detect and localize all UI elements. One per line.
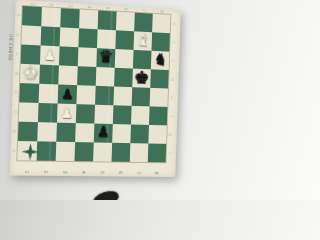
square-a3[interactable] <box>19 102 39 122</box>
square-d1[interactable] <box>74 142 93 161</box>
square-a5[interactable]: ♚ <box>20 64 40 84</box>
square-e6[interactable]: ♛ <box>96 48 115 68</box>
square-h4[interactable] <box>150 88 168 107</box>
square-b2[interactable] <box>37 122 57 142</box>
square-e5[interactable] <box>96 67 115 87</box>
square-f2[interactable] <box>112 124 131 143</box>
coord-label: 5 <box>99 163 105 182</box>
square-b3[interactable] <box>38 103 58 123</box>
square-g1[interactable] <box>130 143 149 162</box>
square-h6[interactable]: ♞ <box>151 51 169 70</box>
square-b8[interactable] <box>41 7 61 27</box>
square-b5[interactable] <box>39 65 59 85</box>
coord-label: 7 <box>135 163 141 182</box>
square-b6[interactable]: ♟ <box>40 45 60 65</box>
square-c4[interactable]: ♟ <box>58 84 77 104</box>
square-d2[interactable] <box>75 123 94 142</box>
square-c3[interactable]: ♟ <box>57 104 76 124</box>
coord-label: 1 <box>23 162 30 181</box>
square-h3[interactable] <box>149 106 167 125</box>
black-pawn[interactable]: ♟ <box>61 86 74 100</box>
square-f3[interactable] <box>113 105 132 124</box>
square-h8[interactable] <box>152 14 170 33</box>
square-d6[interactable] <box>78 47 97 67</box>
square-g7[interactable]: ♝ <box>134 31 153 50</box>
dark-object-at-bottom-edge <box>91 188 120 200</box>
square-e1[interactable] <box>93 142 112 161</box>
coord-label: 6 <box>117 163 123 182</box>
coord-label: 4 <box>80 163 87 182</box>
square-g2[interactable] <box>130 124 149 143</box>
square-b7[interactable] <box>41 26 61 46</box>
square-d7[interactable] <box>78 28 97 48</box>
square-f4[interactable] <box>113 87 132 106</box>
black-king[interactable]: ♚ <box>134 68 150 86</box>
square-h5[interactable] <box>150 69 168 88</box>
square-d3[interactable] <box>76 104 95 123</box>
white-pawn[interactable]: ♟ <box>60 105 73 119</box>
chess-board: 12345678 12345678 abcdefgh abcdefgh US C… <box>10 0 181 177</box>
square-c1[interactable] <box>56 142 75 161</box>
white-bishop[interactable]: ♝ <box>135 31 151 49</box>
square-h1[interactable] <box>148 144 166 163</box>
square-g4[interactable] <box>132 87 151 106</box>
square-c6[interactable] <box>59 46 78 66</box>
square-a2[interactable] <box>18 122 38 142</box>
square-f7[interactable] <box>115 30 134 50</box>
square-e8[interactable] <box>98 10 117 30</box>
square-d4[interactable] <box>76 85 95 105</box>
square-f5[interactable] <box>114 68 133 87</box>
square-g3[interactable] <box>131 106 150 125</box>
square-c7[interactable] <box>60 27 79 47</box>
coord-label: 3 <box>61 162 68 181</box>
board-grid: ♝♟♛♞♚♚♟♟♟ <box>17 6 170 162</box>
coordinate-labels-bottom: 12345678 <box>17 168 165 175</box>
square-g5[interactable]: ♚ <box>132 69 151 88</box>
square-h2[interactable] <box>148 125 166 144</box>
square-c2[interactable] <box>56 123 75 142</box>
black-knight[interactable]: ♞ <box>152 50 169 69</box>
photo-scene: 12345678 12345678 abcdefgh abcdefgh US C… <box>0 0 200 200</box>
square-e2[interactable]: ♟ <box>94 124 113 143</box>
square-a7[interactable] <box>21 25 41 45</box>
square-e3[interactable] <box>94 105 113 124</box>
brand-text: US CHESS <box>7 34 13 61</box>
square-f6[interactable] <box>115 49 134 69</box>
square-f1[interactable] <box>112 143 131 162</box>
square-e4[interactable] <box>95 86 114 105</box>
square-c8[interactable] <box>60 8 79 28</box>
square-b4[interactable] <box>39 84 59 104</box>
square-a4[interactable] <box>19 83 39 103</box>
square-d8[interactable] <box>79 9 98 29</box>
square-b1[interactable] <box>37 141 57 160</box>
square-c5[interactable] <box>58 65 77 85</box>
us-chess-logo-icon <box>21 143 39 160</box>
coord-label: 8 <box>153 164 159 183</box>
square-d5[interactable] <box>77 66 96 86</box>
square-f8[interactable] <box>116 12 135 32</box>
white-king[interactable]: ♚ <box>22 63 39 81</box>
square-a8[interactable] <box>22 6 42 26</box>
